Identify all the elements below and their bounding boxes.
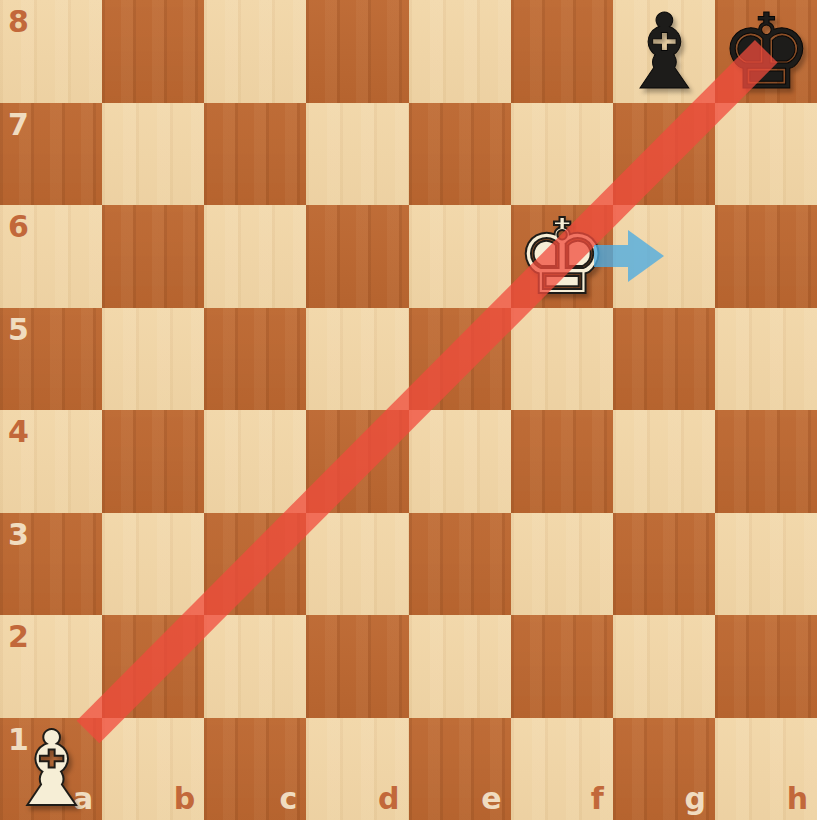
square-a8[interactable]: [0, 0, 102, 103]
square-f5[interactable]: [511, 308, 613, 411]
square-h2[interactable]: [715, 615, 817, 718]
square-e6[interactable]: [409, 205, 511, 308]
square-f2[interactable]: [511, 615, 613, 718]
white-king-f6[interactable]: ♚: [511, 205, 614, 308]
chess-board: [0, 0, 817, 820]
square-d5[interactable]: [306, 308, 408, 411]
black-bishop-g8[interactable]: ♝: [613, 0, 716, 103]
square-c5[interactable]: [204, 308, 306, 411]
square-e8[interactable]: [409, 0, 511, 103]
square-e7[interactable]: [409, 103, 511, 206]
square-b1[interactable]: [102, 718, 204, 820]
square-h1[interactable]: [715, 718, 817, 820]
square-g7[interactable]: [613, 103, 715, 206]
square-f4[interactable]: [511, 410, 613, 513]
square-e4[interactable]: [409, 410, 511, 513]
square-b6[interactable]: [102, 205, 204, 308]
square-f1[interactable]: [511, 718, 613, 820]
square-g5[interactable]: [613, 308, 715, 411]
square-d1[interactable]: [306, 718, 408, 820]
square-d8[interactable]: [306, 0, 408, 103]
square-h7[interactable]: [715, 103, 817, 206]
square-c4[interactable]: [204, 410, 306, 513]
square-g6[interactable]: [613, 205, 715, 308]
square-a3[interactable]: [0, 513, 102, 616]
square-a2[interactable]: [0, 615, 102, 718]
square-e2[interactable]: [409, 615, 511, 718]
square-c7[interactable]: [204, 103, 306, 206]
square-b5[interactable]: [102, 308, 204, 411]
square-h4[interactable]: [715, 410, 817, 513]
square-a7[interactable]: [0, 103, 102, 206]
square-e1[interactable]: [409, 718, 511, 820]
square-h5[interactable]: [715, 308, 817, 411]
square-f3[interactable]: [511, 513, 613, 616]
square-f7[interactable]: [511, 103, 613, 206]
chess-board-screenshot: 87654321abcdefgh ♝♚♚♝: [0, 0, 817, 820]
square-c2[interactable]: [204, 615, 306, 718]
square-c6[interactable]: [204, 205, 306, 308]
black-king-h8[interactable]: ♚: [715, 0, 817, 103]
square-d7[interactable]: [306, 103, 408, 206]
square-f8[interactable]: [511, 0, 613, 103]
square-g1[interactable]: [613, 718, 715, 820]
square-d6[interactable]: [306, 205, 408, 308]
square-b2[interactable]: [102, 615, 204, 718]
square-d3[interactable]: [306, 513, 408, 616]
square-g2[interactable]: [613, 615, 715, 718]
square-d2[interactable]: [306, 615, 408, 718]
square-e5[interactable]: [409, 308, 511, 411]
square-a6[interactable]: [0, 205, 102, 308]
square-b8[interactable]: [102, 0, 204, 103]
square-b3[interactable]: [102, 513, 204, 616]
square-e3[interactable]: [409, 513, 511, 616]
white-bishop-a1[interactable]: ♝: [0, 718, 103, 820]
square-b7[interactable]: [102, 103, 204, 206]
square-c3[interactable]: [204, 513, 306, 616]
square-a4[interactable]: [0, 410, 102, 513]
square-g3[interactable]: [613, 513, 715, 616]
square-b4[interactable]: [102, 410, 204, 513]
square-h6[interactable]: [715, 205, 817, 308]
square-a5[interactable]: [0, 308, 102, 411]
square-d4[interactable]: [306, 410, 408, 513]
square-c1[interactable]: [204, 718, 306, 820]
square-h3[interactable]: [715, 513, 817, 616]
square-c8[interactable]: [204, 0, 306, 103]
square-g4[interactable]: [613, 410, 715, 513]
